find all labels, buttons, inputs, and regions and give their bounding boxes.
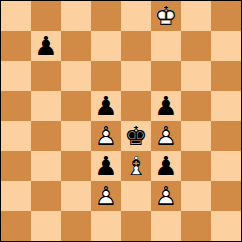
square-f7[interactable] bbox=[151, 31, 181, 61]
square-g5[interactable] bbox=[181, 91, 211, 121]
square-e3[interactable]: ♝♗ bbox=[121, 151, 151, 181]
piece-white-pawn[interactable]: ♟♙ bbox=[151, 181, 181, 211]
square-b3[interactable] bbox=[31, 151, 61, 181]
square-e6[interactable] bbox=[121, 61, 151, 91]
piece-black-king[interactable]: ♚ bbox=[121, 121, 151, 151]
piece-white-pawn[interactable]: ♟♙ bbox=[151, 121, 181, 151]
square-a6[interactable] bbox=[1, 61, 31, 91]
white-pawn-outline-glyph: ♙ bbox=[151, 121, 181, 151]
square-h8[interactable] bbox=[211, 1, 241, 31]
square-h7[interactable] bbox=[211, 31, 241, 61]
piece-white-pawn[interactable]: ♟♙ bbox=[91, 121, 121, 151]
square-b5[interactable] bbox=[31, 91, 61, 121]
square-g1[interactable] bbox=[181, 211, 211, 241]
square-c8[interactable] bbox=[61, 1, 91, 31]
square-a8[interactable] bbox=[1, 1, 31, 31]
black-king-glyph: ♚ bbox=[121, 121, 151, 151]
square-b7[interactable]: ♟ bbox=[31, 31, 61, 61]
chess-diagram: ♚♔♟♟♟♟♙♚♟♙♟♝♗♟♟♙♟♙ bbox=[0, 0, 242, 242]
square-e8[interactable] bbox=[121, 1, 151, 31]
square-d3[interactable]: ♟ bbox=[91, 151, 121, 181]
chess-board: ♚♔♟♟♟♟♙♚♟♙♟♝♗♟♟♙♟♙ bbox=[0, 0, 242, 242]
white-pawn-outline-glyph: ♙ bbox=[151, 181, 181, 211]
square-a5[interactable] bbox=[1, 91, 31, 121]
square-f4[interactable]: ♟♙ bbox=[151, 121, 181, 151]
square-b2[interactable] bbox=[31, 181, 61, 211]
square-f5[interactable]: ♟ bbox=[151, 91, 181, 121]
square-a4[interactable] bbox=[1, 121, 31, 151]
square-h1[interactable] bbox=[211, 211, 241, 241]
square-a7[interactable] bbox=[1, 31, 31, 61]
square-d7[interactable] bbox=[91, 31, 121, 61]
square-d5[interactable]: ♟ bbox=[91, 91, 121, 121]
square-g4[interactable] bbox=[181, 121, 211, 151]
square-d2[interactable]: ♟♙ bbox=[91, 181, 121, 211]
square-f3[interactable]: ♟ bbox=[151, 151, 181, 181]
square-c4[interactable] bbox=[61, 121, 91, 151]
black-pawn-glyph: ♟ bbox=[31, 31, 61, 61]
square-e2[interactable] bbox=[121, 181, 151, 211]
square-f2[interactable]: ♟♙ bbox=[151, 181, 181, 211]
square-c2[interactable] bbox=[61, 181, 91, 211]
square-b4[interactable] bbox=[31, 121, 61, 151]
white-pawn-outline-glyph: ♙ bbox=[91, 181, 121, 211]
square-d4[interactable]: ♟♙ bbox=[91, 121, 121, 151]
square-c5[interactable] bbox=[61, 91, 91, 121]
square-e1[interactable] bbox=[121, 211, 151, 241]
piece-white-pawn[interactable]: ♟♙ bbox=[91, 181, 121, 211]
square-g3[interactable] bbox=[181, 151, 211, 181]
piece-white-bishop[interactable]: ♝♗ bbox=[121, 151, 151, 181]
black-pawn-glyph: ♟ bbox=[91, 151, 121, 181]
square-c3[interactable] bbox=[61, 151, 91, 181]
white-bishop-outline-glyph: ♗ bbox=[121, 151, 151, 181]
square-a3[interactable] bbox=[1, 151, 31, 181]
square-g8[interactable] bbox=[181, 1, 211, 31]
piece-black-pawn[interactable]: ♟ bbox=[151, 91, 181, 121]
black-pawn-glyph: ♟ bbox=[151, 91, 181, 121]
piece-white-king[interactable]: ♚♔ bbox=[151, 1, 181, 31]
square-a1[interactable] bbox=[1, 211, 31, 241]
piece-black-pawn[interactable]: ♟ bbox=[151, 151, 181, 181]
square-b6[interactable] bbox=[31, 61, 61, 91]
square-c7[interactable] bbox=[61, 31, 91, 61]
square-b8[interactable] bbox=[31, 1, 61, 31]
black-pawn-glyph: ♟ bbox=[151, 151, 181, 181]
square-h4[interactable] bbox=[211, 121, 241, 151]
square-g2[interactable] bbox=[181, 181, 211, 211]
square-d6[interactable] bbox=[91, 61, 121, 91]
square-h2[interactable] bbox=[211, 181, 241, 211]
square-d1[interactable] bbox=[91, 211, 121, 241]
square-h5[interactable] bbox=[211, 91, 241, 121]
square-f8[interactable]: ♚♔ bbox=[151, 1, 181, 31]
white-king-outline-glyph: ♔ bbox=[151, 1, 181, 31]
piece-black-pawn[interactable]: ♟ bbox=[91, 151, 121, 181]
black-pawn-glyph: ♟ bbox=[91, 91, 121, 121]
square-f1[interactable] bbox=[151, 211, 181, 241]
square-g6[interactable] bbox=[181, 61, 211, 91]
square-f6[interactable] bbox=[151, 61, 181, 91]
square-h3[interactable] bbox=[211, 151, 241, 181]
piece-black-pawn[interactable]: ♟ bbox=[31, 31, 61, 61]
square-e5[interactable] bbox=[121, 91, 151, 121]
square-b1[interactable] bbox=[31, 211, 61, 241]
piece-black-pawn[interactable]: ♟ bbox=[91, 91, 121, 121]
square-a2[interactable] bbox=[1, 181, 31, 211]
square-h6[interactable] bbox=[211, 61, 241, 91]
square-e7[interactable] bbox=[121, 31, 151, 61]
square-e4[interactable]: ♚ bbox=[121, 121, 151, 151]
square-c6[interactable] bbox=[61, 61, 91, 91]
square-c1[interactable] bbox=[61, 211, 91, 241]
square-d8[interactable] bbox=[91, 1, 121, 31]
white-pawn-outline-glyph: ♙ bbox=[91, 121, 121, 151]
square-g7[interactable] bbox=[181, 31, 211, 61]
